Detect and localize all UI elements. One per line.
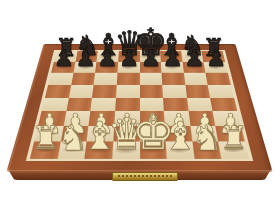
pawn-icon: ♟ <box>184 47 205 70</box>
pawn-icon: ♟ <box>141 47 162 70</box>
pawn-icon: ♟ <box>75 47 96 70</box>
rook-icon: ♜ <box>220 123 249 155</box>
pawn-icon: ♟ <box>97 47 118 70</box>
pawn-icon: ♟ <box>54 47 75 70</box>
pawn-icon: ♟ <box>206 47 227 70</box>
pieces-layer: ♜♞♝♛♚♝♞♜♟♟♟♟♟♟♟♟♟♟♟♟♟♟♟♟♜♞♝♛♚♝♞♜ <box>0 0 280 204</box>
chess-set-photo: ♜♞♝♛♚♝♞♜♟♟♟♟♟♟♟♟♟♟♟♟♟♟♟♟♜♞♝♛♚♝♞♜ <box>0 0 280 204</box>
pawn-icon: ♟ <box>119 47 140 70</box>
pawn-icon: ♟ <box>162 47 183 70</box>
rook-icon: ♜ <box>32 123 61 155</box>
knight-icon: ♞ <box>191 120 223 155</box>
